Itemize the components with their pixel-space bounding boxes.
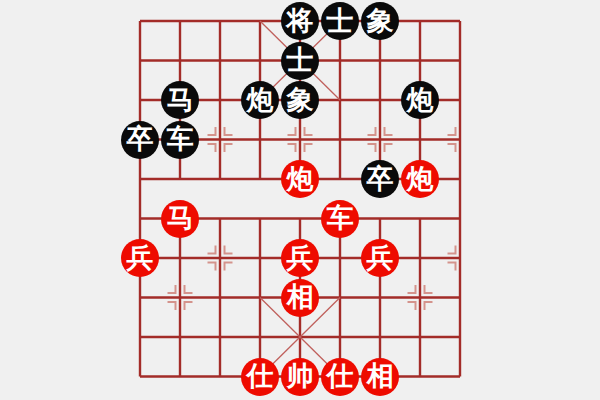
piece-black-advisor[interactable]: 士 (321, 2, 359, 40)
piece-red-soldier[interactable]: 兵 (281, 239, 319, 277)
piece-black-soldier[interactable]: 卒 (121, 121, 159, 159)
piece-red-cannon[interactable]: 炮 (401, 160, 439, 198)
piece-black-general[interactable]: 将 (281, 2, 319, 40)
piece-red-advisor[interactable]: 仕 (321, 358, 359, 396)
piece-black-advisor[interactable]: 士 (281, 42, 319, 80)
piece-red-soldier[interactable]: 兵 (361, 239, 399, 277)
piece-black-soldier[interactable]: 卒 (361, 160, 399, 198)
piece-red-chariot[interactable]: 车 (321, 200, 359, 238)
piece-red-horse[interactable]: 马 (161, 200, 199, 238)
piece-black-chariot[interactable]: 车 (161, 121, 199, 159)
piece-black-cannon[interactable]: 炮 (241, 81, 279, 119)
piece-black-cannon[interactable]: 炮 (401, 81, 439, 119)
piece-red-advisor[interactable]: 仕 (241, 358, 279, 396)
piece-black-elephant[interactable]: 象 (361, 2, 399, 40)
piece-red-soldier[interactable]: 兵 (121, 239, 159, 277)
piece-red-general[interactable]: 帅 (281, 358, 319, 396)
piece-black-elephant[interactable]: 象 (281, 81, 319, 119)
pieces-layer: 将士象士马炮象炮卒车卒炮炮马车兵兵兵相仕帅仕相 (0, 0, 600, 400)
piece-red-cannon[interactable]: 炮 (281, 160, 319, 198)
piece-red-elephant[interactable]: 相 (281, 279, 319, 317)
piece-black-horse[interactable]: 马 (161, 81, 199, 119)
piece-red-elephant[interactable]: 相 (361, 358, 399, 396)
xiangqi-board: 将士象士马炮象炮卒车卒炮炮马车兵兵兵相仕帅仕相 (0, 0, 600, 400)
